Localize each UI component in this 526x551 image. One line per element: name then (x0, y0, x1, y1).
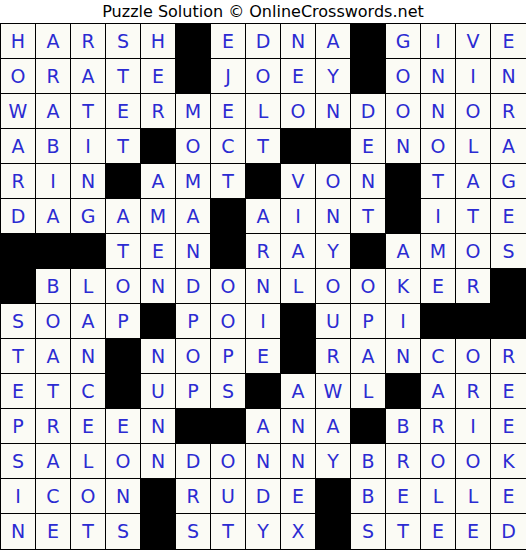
black-cell (386, 374, 421, 409)
black-cell (491, 269, 526, 304)
letter-cell: I (456, 59, 491, 94)
letter-cell: O (211, 304, 246, 339)
letter-cell: I (1, 479, 36, 514)
letter-cell: E (106, 409, 141, 444)
black-cell (141, 514, 176, 549)
letter-cell: O (456, 94, 491, 129)
black-cell (211, 234, 246, 269)
letter-cell: E (71, 409, 106, 444)
letter-cell: A (316, 24, 351, 59)
letter-cell: M (141, 199, 176, 234)
letter-cell: S (1, 444, 36, 479)
letter-cell: M (421, 234, 456, 269)
letter-cell: S (351, 514, 386, 549)
letter-cell: R (176, 479, 211, 514)
black-cell (141, 304, 176, 339)
letter-cell: S (491, 234, 526, 269)
letter-cell: E (141, 59, 176, 94)
letter-cell: E (211, 24, 246, 59)
letter-cell: O (211, 269, 246, 304)
letter-cell: A (246, 199, 281, 234)
letter-cell: O (386, 59, 421, 94)
letter-cell: R (246, 234, 281, 269)
letter-cell: O (456, 234, 491, 269)
letter-cell: A (491, 129, 526, 164)
letter-cell: I (421, 24, 456, 59)
black-cell (176, 24, 211, 59)
letter-cell: D (176, 269, 211, 304)
letter-cell: E (456, 514, 491, 549)
letter-cell: V (281, 164, 316, 199)
letter-cell: T (106, 59, 141, 94)
letter-cell: O (386, 94, 421, 129)
letter-cell: N (491, 59, 526, 94)
letter-cell: Y (316, 444, 351, 479)
letter-cell: T (211, 164, 246, 199)
letter-cell: X (281, 514, 316, 549)
letter-cell: O (176, 129, 211, 164)
letter-cell: I (386, 304, 421, 339)
crossword-grid: HARSHEDNAGIVEORATEJOEYONINWATERMELONDONO… (0, 23, 526, 550)
letter-cell: E (246, 339, 281, 374)
letter-cell: T (351, 199, 386, 234)
black-cell (386, 164, 421, 199)
black-cell (316, 129, 351, 164)
page-title: Puzzle Solution © OnlineCrosswords.net (0, 0, 526, 23)
letter-cell: O (421, 444, 456, 479)
letter-cell: U (211, 479, 246, 514)
letter-cell: P (1, 409, 36, 444)
letter-cell: B (36, 269, 71, 304)
letter-cell: N (421, 94, 456, 129)
letter-cell: J (211, 59, 246, 94)
letter-cell: N (421, 59, 456, 94)
black-cell (421, 304, 456, 339)
letter-cell: N (316, 199, 351, 234)
letter-cell: N (316, 94, 351, 129)
black-cell (351, 234, 386, 269)
letter-cell: U (141, 374, 176, 409)
letter-cell: N (246, 444, 281, 479)
letter-cell: A (421, 374, 456, 409)
letter-cell: E (421, 514, 456, 549)
letter-cell: O (351, 269, 386, 304)
letter-cell: N (386, 129, 421, 164)
letter-cell: L (71, 444, 106, 479)
letter-cell: R (36, 59, 71, 94)
letter-cell: S (106, 514, 141, 549)
letter-cell: Y (246, 514, 281, 549)
letter-cell: C (211, 129, 246, 164)
letter-cell: S (1, 304, 36, 339)
letter-cell: W (1, 94, 36, 129)
letter-cell: G (71, 199, 106, 234)
letter-cell: I (456, 409, 491, 444)
letter-cell: I (36, 164, 71, 199)
black-cell (386, 199, 421, 234)
letter-cell: A (141, 164, 176, 199)
letter-cell: A (1, 129, 36, 164)
letter-cell: M (176, 164, 211, 199)
letter-cell: L (456, 129, 491, 164)
letter-cell: E (281, 479, 316, 514)
letter-cell: H (141, 24, 176, 59)
letter-cell: R (71, 24, 106, 59)
black-cell (176, 59, 211, 94)
letter-cell: I (71, 129, 106, 164)
letter-cell: N (351, 164, 386, 199)
letter-cell: W (316, 374, 351, 409)
letter-cell: A (36, 339, 71, 374)
black-cell (106, 339, 141, 374)
letter-cell: O (456, 444, 491, 479)
letter-cell: T (421, 164, 456, 199)
letter-cell: D (351, 94, 386, 129)
black-cell (491, 304, 526, 339)
black-cell (36, 234, 71, 269)
letter-cell: T (246, 129, 281, 164)
letter-cell: R (36, 409, 71, 444)
letter-cell: E (141, 234, 176, 269)
letter-cell: S (106, 24, 141, 59)
letter-cell: R (491, 94, 526, 129)
letter-cell: T (456, 199, 491, 234)
letter-cell: L (351, 374, 386, 409)
letter-cell: K (491, 444, 526, 479)
letter-cell: E (386, 479, 421, 514)
letter-cell: I (281, 199, 316, 234)
letter-cell: E (491, 199, 526, 234)
letter-cell: T (106, 129, 141, 164)
black-cell (106, 164, 141, 199)
letter-cell: M (176, 94, 211, 129)
letter-cell: T (106, 234, 141, 269)
letter-cell: C (421, 339, 456, 374)
letter-cell: P (176, 374, 211, 409)
black-cell (106, 374, 141, 409)
black-cell (281, 304, 316, 339)
letter-cell: E (351, 129, 386, 164)
black-cell (176, 409, 211, 444)
letter-cell: A (351, 339, 386, 374)
letter-cell: R (141, 94, 176, 129)
letter-cell: E (421, 269, 456, 304)
letter-cell: A (106, 199, 141, 234)
letter-cell: A (36, 444, 71, 479)
letter-cell: G (491, 164, 526, 199)
letter-cell: A (71, 59, 106, 94)
letter-cell: G (386, 24, 421, 59)
letter-cell: O (36, 304, 71, 339)
letter-cell: T (211, 514, 246, 549)
letter-cell: E (36, 514, 71, 549)
letter-cell: N (1, 514, 36, 549)
letter-cell: O (106, 444, 141, 479)
black-cell (1, 269, 36, 304)
letter-cell: V (456, 24, 491, 59)
letter-cell: K (386, 269, 421, 304)
letter-cell: L (281, 269, 316, 304)
black-cell (211, 199, 246, 234)
letter-cell: U (316, 304, 351, 339)
letter-cell: A (36, 94, 71, 129)
black-cell (281, 129, 316, 164)
letter-cell: H (1, 24, 36, 59)
black-cell (246, 374, 281, 409)
letter-cell: R (386, 444, 421, 479)
letter-cell: E (1, 374, 36, 409)
letter-cell: Y (316, 59, 351, 94)
letter-cell: R (316, 339, 351, 374)
letter-cell: A (456, 164, 491, 199)
letter-cell: O (316, 164, 351, 199)
letter-cell: C (71, 374, 106, 409)
letter-cell: R (491, 339, 526, 374)
letter-cell: N (141, 269, 176, 304)
letter-cell: O (316, 269, 351, 304)
letter-cell: T (1, 339, 36, 374)
letter-cell: R (1, 164, 36, 199)
letter-cell: O (1, 59, 36, 94)
letter-cell: D (491, 514, 526, 549)
letter-cell: B (36, 129, 71, 164)
letter-cell: O (211, 444, 246, 479)
letter-cell: A (36, 199, 71, 234)
letter-cell: E (491, 409, 526, 444)
letter-cell: A (281, 234, 316, 269)
letter-cell: N (106, 479, 141, 514)
letter-cell: L (456, 479, 491, 514)
letter-cell: N (71, 339, 106, 374)
letter-cell: B (351, 479, 386, 514)
black-cell (316, 514, 351, 549)
letter-cell: T (71, 94, 106, 129)
black-cell (71, 234, 106, 269)
letter-cell: A (176, 199, 211, 234)
letter-cell: N (246, 269, 281, 304)
letter-cell: N (386, 339, 421, 374)
letter-cell: P (211, 339, 246, 374)
letter-cell: P (106, 304, 141, 339)
letter-cell: S (176, 514, 211, 549)
letter-cell: O (246, 59, 281, 94)
letter-cell: A (386, 234, 421, 269)
letter-cell: O (106, 269, 141, 304)
letter-cell: D (246, 479, 281, 514)
letter-cell: A (316, 409, 351, 444)
black-cell (246, 164, 281, 199)
letter-cell: R (456, 374, 491, 409)
letter-cell: S (211, 374, 246, 409)
letter-cell: N (281, 24, 316, 59)
letter-cell: I (421, 199, 456, 234)
black-cell (141, 479, 176, 514)
letter-cell: O (421, 129, 456, 164)
letter-cell: O (71, 479, 106, 514)
letter-cell: E (106, 94, 141, 129)
letter-cell: Y (316, 234, 351, 269)
black-cell (456, 304, 491, 339)
letter-cell: B (351, 444, 386, 479)
letter-cell: N (176, 234, 211, 269)
letter-cell: D (176, 444, 211, 479)
letter-cell: P (351, 304, 386, 339)
letter-cell: O (281, 94, 316, 129)
letter-cell: E (491, 24, 526, 59)
letter-cell: E (491, 374, 526, 409)
letter-cell: E (281, 59, 316, 94)
letter-cell: L (71, 269, 106, 304)
letter-cell: T (36, 374, 71, 409)
letter-cell: E (491, 479, 526, 514)
letter-cell: I (246, 304, 281, 339)
letter-cell: N (71, 164, 106, 199)
letter-cell: A (36, 24, 71, 59)
letter-cell: O (456, 339, 491, 374)
letter-cell: A (246, 409, 281, 444)
black-cell (316, 479, 351, 514)
letter-cell: N (281, 444, 316, 479)
letter-cell: R (456, 269, 491, 304)
letter-cell: P (176, 304, 211, 339)
letter-cell: O (176, 339, 211, 374)
letter-cell: T (386, 514, 421, 549)
letter-cell: N (141, 444, 176, 479)
letter-cell: L (246, 94, 281, 129)
puzzle-solution-page: Puzzle Solution © OnlineCrosswords.net H… (0, 0, 526, 550)
black-cell (1, 234, 36, 269)
letter-cell: A (71, 304, 106, 339)
letter-cell: N (281, 409, 316, 444)
letter-cell: N (141, 409, 176, 444)
black-cell (351, 409, 386, 444)
letter-cell: A (281, 374, 316, 409)
letter-cell: D (246, 24, 281, 59)
letter-cell: E (211, 94, 246, 129)
letter-cell: B (386, 409, 421, 444)
letter-cell: T (71, 514, 106, 549)
letter-cell: N (141, 339, 176, 374)
black-cell (351, 59, 386, 94)
letter-cell: D (1, 199, 36, 234)
black-cell (141, 129, 176, 164)
black-cell (211, 409, 246, 444)
black-cell (281, 339, 316, 374)
letter-cell: L (421, 479, 456, 514)
black-cell (351, 24, 386, 59)
letter-cell: R (421, 409, 456, 444)
letter-cell: C (36, 479, 71, 514)
